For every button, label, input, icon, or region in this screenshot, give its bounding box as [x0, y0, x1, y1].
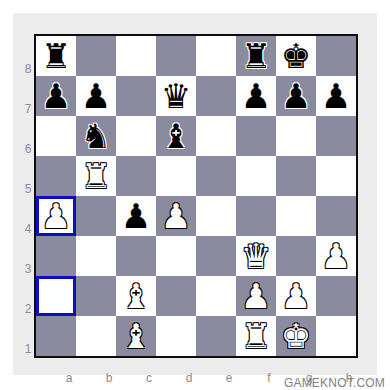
white-queen[interactable]: ♛ [236, 236, 276, 276]
square-h1[interactable] [316, 316, 356, 356]
square-c7[interactable] [116, 76, 156, 116]
square-d1[interactable] [156, 316, 196, 356]
square-f1[interactable]: ♜ [236, 316, 276, 356]
black-pawn[interactable]: ♟ [316, 76, 356, 116]
square-c2[interactable]: ♝ [116, 276, 156, 316]
square-d8[interactable] [156, 36, 196, 76]
square-f6[interactable] [236, 116, 276, 156]
square-g8[interactable]: ♚ [276, 36, 316, 76]
square-g1[interactable]: ♚ [276, 316, 316, 356]
square-g7[interactable]: ♟ [276, 76, 316, 116]
square-c8[interactable] [116, 36, 156, 76]
chess-board[interactable]: ♜♜♚♟♟♛♟♟♟♞♝♜♟♟♟♛♟♝♟♟♝♜♚ [34, 34, 358, 358]
file-label-c: c [129, 370, 169, 387]
black-bishop[interactable]: ♝ [156, 116, 196, 156]
square-c4[interactable]: ♟ [116, 196, 156, 236]
white-pawn[interactable]: ♟ [316, 236, 356, 276]
black-king[interactable]: ♚ [276, 36, 316, 76]
white-rook[interactable]: ♜ [76, 156, 116, 196]
black-queen[interactable]: ♛ [156, 76, 196, 116]
square-a4[interactable]: ♟ [36, 196, 76, 236]
square-b1[interactable] [76, 316, 116, 356]
black-pawn[interactable]: ♟ [236, 76, 276, 116]
square-f8[interactable]: ♜ [236, 36, 276, 76]
black-pawn[interactable]: ♟ [276, 76, 316, 116]
white-pawn[interactable]: ♟ [36, 196, 76, 236]
black-pawn[interactable]: ♟ [36, 76, 76, 116]
square-h4[interactable] [316, 196, 356, 236]
square-f2[interactable]: ♟ [236, 276, 276, 316]
square-g6[interactable] [276, 116, 316, 156]
square-a1[interactable] [36, 316, 76, 356]
white-king[interactable]: ♚ [276, 316, 316, 356]
square-b3[interactable] [76, 236, 116, 276]
white-rook[interactable]: ♜ [236, 316, 276, 356]
square-g2[interactable]: ♟ [276, 276, 316, 316]
square-a7[interactable]: ♟ [36, 76, 76, 116]
square-h7[interactable]: ♟ [316, 76, 356, 116]
white-pawn[interactable]: ♟ [156, 196, 196, 236]
black-pawn[interactable]: ♟ [116, 196, 156, 236]
square-e4[interactable] [196, 196, 236, 236]
square-b6[interactable]: ♞ [76, 116, 116, 156]
square-f3[interactable]: ♛ [236, 236, 276, 276]
square-b7[interactable]: ♟ [76, 76, 116, 116]
square-b4[interactable] [76, 196, 116, 236]
file-label-a: a [49, 370, 89, 387]
square-h5[interactable] [316, 156, 356, 196]
square-h6[interactable] [316, 116, 356, 156]
square-a8[interactable]: ♜ [36, 36, 76, 76]
square-c1[interactable]: ♝ [116, 316, 156, 356]
square-g5[interactable] [276, 156, 316, 196]
square-d6[interactable]: ♝ [156, 116, 196, 156]
file-label-b: b [89, 370, 129, 387]
square-b8[interactable] [76, 36, 116, 76]
square-e6[interactable] [196, 116, 236, 156]
square-b5[interactable]: ♜ [76, 156, 116, 196]
square-d2[interactable] [156, 276, 196, 316]
square-d5[interactable] [156, 156, 196, 196]
square-h2[interactable] [316, 276, 356, 316]
white-pawn[interactable]: ♟ [236, 276, 276, 316]
gameknot-watermark: GAMEKNOT.COM [284, 376, 385, 390]
white-bishop[interactable]: ♝ [116, 316, 156, 356]
square-e8[interactable] [196, 36, 236, 76]
square-e3[interactable] [196, 236, 236, 276]
square-g3[interactable] [276, 236, 316, 276]
square-c5[interactable] [116, 156, 156, 196]
square-a3[interactable] [36, 236, 76, 276]
square-f5[interactable] [236, 156, 276, 196]
square-d3[interactable] [156, 236, 196, 276]
black-knight[interactable]: ♞ [76, 116, 116, 156]
square-e5[interactable] [196, 156, 236, 196]
black-pawn[interactable]: ♟ [76, 76, 116, 116]
square-d4[interactable]: ♟ [156, 196, 196, 236]
square-h8[interactable] [316, 36, 356, 76]
square-f7[interactable]: ♟ [236, 76, 276, 116]
square-a5[interactable] [36, 156, 76, 196]
square-g4[interactable] [276, 196, 316, 236]
white-bishop[interactable]: ♝ [116, 276, 156, 316]
square-e1[interactable] [196, 316, 236, 356]
square-a6[interactable] [36, 116, 76, 156]
square-f4[interactable] [236, 196, 276, 236]
square-c6[interactable] [116, 116, 156, 156]
black-rook[interactable]: ♜ [236, 36, 276, 76]
square-a2[interactable] [36, 276, 76, 316]
square-h3[interactable]: ♟ [316, 236, 356, 276]
white-pawn[interactable]: ♟ [276, 276, 316, 316]
square-e7[interactable] [196, 76, 236, 116]
square-e2[interactable] [196, 276, 236, 316]
square-d7[interactable]: ♛ [156, 76, 196, 116]
square-b2[interactable] [76, 276, 116, 316]
file-label-e: e [209, 370, 249, 387]
square-c3[interactable] [116, 236, 156, 276]
black-rook[interactable]: ♜ [36, 36, 76, 76]
file-label-d: d [169, 370, 209, 387]
